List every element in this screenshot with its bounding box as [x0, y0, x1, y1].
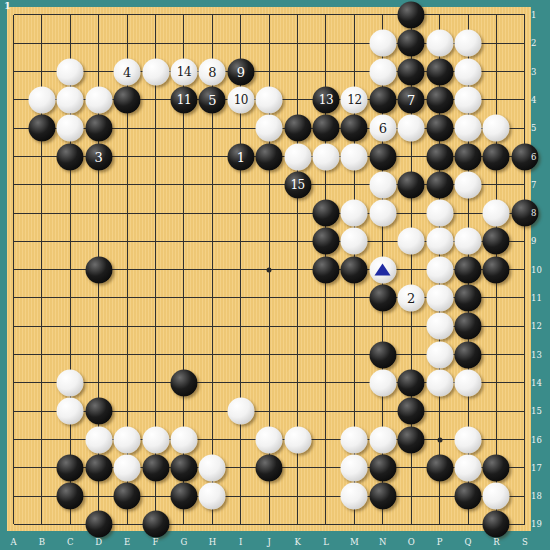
board-intersection[interactable] — [283, 482, 311, 510]
column-label: K — [294, 537, 300, 547]
board-intersection[interactable] — [312, 510, 340, 538]
board-intersection[interactable] — [369, 510, 397, 538]
board-intersection[interactable] — [141, 255, 169, 283]
board-intersection[interactable] — [482, 397, 510, 425]
board-intersection[interactable] — [482, 29, 510, 57]
white-stone — [256, 86, 283, 113]
white-stone — [369, 30, 396, 57]
column-label: P — [437, 537, 443, 547]
board-intersection[interactable] — [113, 255, 141, 283]
board-intersection[interactable] — [283, 255, 311, 283]
board-intersection[interactable] — [56, 171, 84, 199]
board-intersection[interactable] — [283, 29, 311, 57]
board-intersection[interactable] — [312, 1, 340, 29]
board-intersection[interactable] — [113, 142, 141, 170]
board-intersection[interactable] — [28, 510, 56, 538]
board-intersection[interactable] — [255, 340, 283, 368]
white-stone — [114, 426, 141, 453]
row-label: 8 — [531, 208, 547, 218]
board-intersection[interactable] — [227, 482, 255, 510]
board-intersection[interactable] — [0, 340, 28, 368]
board-intersection[interactable] — [170, 312, 198, 340]
black-stone: 11 — [170, 86, 197, 113]
black-stone — [85, 511, 112, 538]
board-intersection[interactable] — [28, 142, 56, 170]
board-intersection[interactable] — [198, 171, 226, 199]
board-intersection[interactable] — [227, 425, 255, 453]
move-number-label: 11 — [170, 86, 197, 113]
board-intersection[interactable] — [283, 397, 311, 425]
white-stone — [369, 369, 396, 396]
white-stone — [199, 483, 226, 510]
board-intersection[interactable] — [141, 369, 169, 397]
move-number-label: 2 — [398, 285, 425, 312]
black-stone — [483, 228, 510, 255]
board-intersection[interactable] — [312, 312, 340, 340]
star-point — [437, 437, 442, 442]
black-stone — [284, 115, 311, 142]
board-intersection[interactable] — [170, 114, 198, 142]
board-intersection[interactable] — [283, 312, 311, 340]
board-intersection[interactable] — [283, 57, 311, 85]
board-intersection[interactable] — [255, 29, 283, 57]
board-intersection[interactable] — [28, 57, 56, 85]
board-intersection[interactable] — [56, 227, 84, 255]
move-counter-badge: 1 — [4, 0, 11, 11]
board-intersection[interactable] — [198, 312, 226, 340]
board-intersection[interactable] — [85, 284, 113, 312]
board-intersection[interactable] — [283, 510, 311, 538]
board-intersection[interactable] — [0, 284, 28, 312]
white-stone — [398, 228, 425, 255]
board-intersection[interactable] — [0, 425, 28, 453]
board-intersection[interactable] — [85, 57, 113, 85]
board-intersection[interactable] — [227, 255, 255, 283]
white-stone — [398, 115, 425, 142]
board-intersection[interactable] — [255, 369, 283, 397]
black-stone — [341, 115, 368, 142]
board-intersection[interactable] — [227, 171, 255, 199]
board-intersection[interactable] — [283, 340, 311, 368]
board-intersection[interactable] — [28, 397, 56, 425]
board-intersection[interactable] — [227, 510, 255, 538]
board-intersection[interactable] — [425, 1, 453, 29]
board-intersection[interactable] — [482, 312, 510, 340]
board-intersection[interactable] — [227, 114, 255, 142]
row-label: 10 — [531, 265, 547, 275]
board-intersection[interactable] — [198, 425, 226, 453]
black-stone — [256, 143, 283, 170]
board-intersection[interactable] — [0, 142, 28, 170]
board-intersection[interactable] — [255, 510, 283, 538]
white-stone — [426, 369, 453, 396]
board-intersection[interactable] — [312, 369, 340, 397]
column-label: B — [39, 537, 45, 547]
board-intersection[interactable] — [227, 340, 255, 368]
board-intersection[interactable] — [198, 284, 226, 312]
board-intersection[interactable] — [0, 57, 28, 85]
black-stone — [426, 143, 453, 170]
board-intersection[interactable] — [198, 114, 226, 142]
board-intersection[interactable] — [425, 397, 453, 425]
board-intersection[interactable] — [397, 510, 425, 538]
board-intersection[interactable] — [85, 171, 113, 199]
board-intersection[interactable] — [0, 482, 28, 510]
board-intersection[interactable] — [283, 454, 311, 482]
black-stone: 7 — [398, 86, 425, 113]
black-stone — [85, 256, 112, 283]
board-intersection[interactable] — [312, 57, 340, 85]
black-stone — [455, 256, 482, 283]
board-intersection[interactable] — [28, 171, 56, 199]
board-intersection[interactable] — [56, 340, 84, 368]
board-intersection[interactable] — [170, 284, 198, 312]
board-intersection[interactable] — [28, 29, 56, 57]
board-intersection[interactable] — [0, 312, 28, 340]
white-stone: 6 — [369, 115, 396, 142]
board-intersection[interactable] — [397, 340, 425, 368]
board-intersection[interactable] — [170, 142, 198, 170]
board-intersection[interactable] — [227, 312, 255, 340]
board-intersection[interactable] — [0, 29, 28, 57]
black-stone — [57, 143, 84, 170]
board-intersection[interactable] — [340, 171, 368, 199]
move-number-label: 14 — [170, 58, 197, 85]
black-stone — [426, 171, 453, 198]
board-intersection[interactable] — [28, 482, 56, 510]
board-intersection[interactable] — [482, 284, 510, 312]
board-intersection[interactable] — [0, 454, 28, 482]
board-intersection[interactable] — [227, 369, 255, 397]
white-stone — [455, 58, 482, 85]
white-stone — [455, 30, 482, 57]
white-stone — [57, 369, 84, 396]
board-intersection[interactable] — [85, 340, 113, 368]
column-label: J — [267, 537, 270, 547]
board-intersection[interactable] — [56, 29, 84, 57]
black-stone — [398, 2, 425, 29]
board-intersection[interactable] — [425, 482, 453, 510]
board-intersection[interactable] — [198, 142, 226, 170]
board-intersection[interactable] — [255, 171, 283, 199]
board-intersection[interactable] — [113, 369, 141, 397]
board-intersection[interactable] — [141, 482, 169, 510]
board-intersection[interactable] — [56, 284, 84, 312]
white-stone — [369, 426, 396, 453]
board-intersection[interactable] — [85, 29, 113, 57]
board-intersection[interactable] — [170, 227, 198, 255]
board-intersection[interactable] — [369, 227, 397, 255]
board-intersection[interactable] — [113, 312, 141, 340]
board-intersection[interactable] — [255, 227, 283, 255]
white-stone — [142, 58, 169, 85]
column-label: D — [95, 537, 102, 547]
black-stone — [369, 483, 396, 510]
board-intersection[interactable] — [141, 171, 169, 199]
board-intersection[interactable] — [454, 397, 482, 425]
board-intersection[interactable] — [141, 340, 169, 368]
board-intersection[interactable] — [340, 284, 368, 312]
board-intersection[interactable] — [28, 312, 56, 340]
board-intersection[interactable] — [283, 86, 311, 114]
board-intersection[interactable] — [141, 142, 169, 170]
black-stone — [57, 483, 84, 510]
board-intersection[interactable] — [283, 284, 311, 312]
board-intersection[interactable] — [255, 57, 283, 85]
board-intersection[interactable] — [482, 340, 510, 368]
board-intersection[interactable] — [227, 284, 255, 312]
white-stone — [455, 115, 482, 142]
board-intersection[interactable] — [340, 1, 368, 29]
board-intersection[interactable] — [0, 369, 28, 397]
board-intersection[interactable] — [227, 199, 255, 227]
board-intersection[interactable] — [255, 312, 283, 340]
column-label: R — [493, 537, 499, 547]
board-intersection[interactable] — [340, 312, 368, 340]
board-intersection[interactable] — [113, 284, 141, 312]
board-intersection[interactable] — [482, 57, 510, 85]
board-intersection[interactable] — [255, 1, 283, 29]
white-stone — [57, 58, 84, 85]
board-intersection[interactable] — [340, 29, 368, 57]
board-intersection[interactable] — [397, 312, 425, 340]
board-intersection[interactable] — [340, 369, 368, 397]
board-intersection[interactable] — [0, 510, 28, 538]
white-stone — [341, 143, 368, 170]
board-intersection[interactable] — [198, 510, 226, 538]
board-intersection[interactable] — [56, 312, 84, 340]
board-intersection[interactable] — [0, 255, 28, 283]
board-intersection[interactable] — [141, 227, 169, 255]
board-intersection[interactable] — [198, 199, 226, 227]
board-intersection[interactable] — [198, 1, 226, 29]
board-intersection[interactable] — [56, 425, 84, 453]
board-intersection[interactable] — [397, 454, 425, 482]
board-intersection[interactable] — [340, 397, 368, 425]
board-intersection[interactable] — [56, 255, 84, 283]
black-stone — [398, 171, 425, 198]
white-stone — [57, 86, 84, 113]
white-stone — [57, 115, 84, 142]
board-intersection[interactable] — [28, 340, 56, 368]
board-intersection[interactable] — [255, 482, 283, 510]
board-intersection[interactable] — [28, 255, 56, 283]
board-intersection[interactable] — [255, 199, 283, 227]
row-label: 17 — [531, 463, 547, 473]
board-intersection[interactable] — [369, 1, 397, 29]
board-intersection[interactable] — [170, 255, 198, 283]
row-label: 14 — [531, 378, 547, 388]
board-intersection[interactable] — [312, 340, 340, 368]
board-intersection[interactable] — [28, 284, 56, 312]
black-stone — [313, 228, 340, 255]
black-stone — [398, 30, 425, 57]
board-intersection[interactable] — [227, 454, 255, 482]
star-point — [267, 267, 272, 272]
board-intersection[interactable] — [85, 199, 113, 227]
board-intersection[interactable] — [482, 369, 510, 397]
board-intersection[interactable] — [482, 86, 510, 114]
board-intersection[interactable] — [283, 199, 311, 227]
board-intersection[interactable] — [141, 1, 169, 29]
board-intersection[interactable] — [170, 510, 198, 538]
board-intersection[interactable] — [56, 1, 84, 29]
column-label: F — [153, 537, 159, 547]
white-stone — [369, 58, 396, 85]
board-intersection[interactable] — [312, 482, 340, 510]
board-intersection[interactable] — [113, 227, 141, 255]
row-label: 1 — [531, 10, 547, 20]
board-intersection[interactable] — [141, 29, 169, 57]
white-stone — [455, 228, 482, 255]
board-intersection[interactable] — [198, 397, 226, 425]
board-intersection[interactable] — [397, 199, 425, 227]
board-intersection[interactable] — [141, 397, 169, 425]
black-stone — [483, 143, 510, 170]
board-intersection[interactable] — [56, 199, 84, 227]
board-intersection[interactable] — [141, 312, 169, 340]
board-intersection[interactable] — [113, 397, 141, 425]
black-stone: 3 — [85, 143, 112, 170]
board-intersection[interactable] — [255, 284, 283, 312]
board-intersection[interactable] — [340, 340, 368, 368]
row-label: 18 — [531, 491, 547, 501]
board-intersection[interactable] — [369, 397, 397, 425]
board-intersection[interactable] — [454, 510, 482, 538]
board-intersection[interactable] — [0, 86, 28, 114]
board-intersection[interactable] — [340, 57, 368, 85]
white-stone: 14 — [170, 58, 197, 85]
board-intersection[interactable] — [198, 340, 226, 368]
row-label: 5 — [531, 123, 547, 133]
board-intersection[interactable] — [369, 312, 397, 340]
column-label: O — [408, 537, 415, 547]
board-intersection[interactable] — [283, 1, 311, 29]
board-intersection[interactable] — [28, 199, 56, 227]
board-intersection[interactable] — [198, 227, 226, 255]
board-intersection[interactable] — [170, 1, 198, 29]
black-stone — [455, 285, 482, 312]
board-intersection[interactable] — [170, 29, 198, 57]
board-intersection[interactable] — [198, 255, 226, 283]
black-stone — [313, 256, 340, 283]
board-intersection[interactable] — [312, 425, 340, 453]
board-intersection[interactable] — [170, 199, 198, 227]
board-intersection[interactable] — [113, 1, 141, 29]
board-intersection[interactable] — [141, 284, 169, 312]
white-stone — [426, 200, 453, 227]
board-intersection[interactable] — [454, 199, 482, 227]
white-stone — [170, 426, 197, 453]
white-stone — [341, 426, 368, 453]
board-intersection[interactable] — [28, 369, 56, 397]
black-stone — [369, 143, 396, 170]
board-intersection[interactable] — [0, 199, 28, 227]
go-board-widget: 1 414891151013127631152 ABCDEFGHIJKLMNOP… — [0, 0, 550, 550]
board-intersection[interactable] — [397, 255, 425, 283]
black-stone — [455, 313, 482, 340]
board-intersection[interactable] — [56, 510, 84, 538]
board-intersection[interactable] — [312, 171, 340, 199]
board-intersection[interactable] — [141, 114, 169, 142]
board-intersection[interactable] — [85, 312, 113, 340]
black-stone — [369, 454, 396, 481]
board-intersection[interactable] — [170, 397, 198, 425]
black-stone — [313, 200, 340, 227]
board-intersection[interactable] — [482, 171, 510, 199]
board-intersection[interactable] — [85, 369, 113, 397]
black-stone — [426, 454, 453, 481]
column-label: H — [209, 537, 216, 547]
board-intersection[interactable] — [482, 425, 510, 453]
board-intersection[interactable] — [0, 227, 28, 255]
board-intersection[interactable] — [397, 142, 425, 170]
board-intersection[interactable] — [425, 510, 453, 538]
board-intersection[interactable] — [141, 86, 169, 114]
board-intersection[interactable] — [113, 114, 141, 142]
board-intersection[interactable] — [0, 397, 28, 425]
board-intersection[interactable] — [113, 510, 141, 538]
board-intersection[interactable] — [85, 482, 113, 510]
board-intersection[interactable] — [28, 227, 56, 255]
board-intersection[interactable] — [283, 369, 311, 397]
white-stone — [85, 86, 112, 113]
board-intersection[interactable] — [312, 397, 340, 425]
black-stone — [483, 454, 510, 481]
black-stone — [455, 341, 482, 368]
board-intersection[interactable] — [28, 425, 56, 453]
black-stone: 13 — [313, 86, 340, 113]
board-intersection[interactable] — [170, 171, 198, 199]
board-intersection[interactable] — [340, 510, 368, 538]
board-intersection[interactable] — [482, 1, 510, 29]
board-intersection[interactable] — [85, 227, 113, 255]
board-intersection[interactable] — [28, 1, 56, 29]
board-intersection[interactable] — [113, 340, 141, 368]
board-intersection[interactable] — [312, 284, 340, 312]
board-intersection[interactable] — [227, 227, 255, 255]
black-stone — [313, 115, 340, 142]
white-stone: 2 — [398, 285, 425, 312]
board-intersection[interactable] — [113, 199, 141, 227]
board-intersection[interactable] — [141, 199, 169, 227]
column-label: N — [379, 537, 386, 547]
board-intersection[interactable] — [0, 114, 28, 142]
board-intersection[interactable] — [28, 454, 56, 482]
white-stone: 12 — [341, 86, 368, 113]
white-stone — [57, 398, 84, 425]
board-intersection[interactable] — [454, 1, 482, 29]
board-intersection[interactable] — [113, 171, 141, 199]
board-intersection[interactable] — [312, 29, 340, 57]
board-intersection[interactable] — [0, 171, 28, 199]
board-intersection[interactable] — [85, 1, 113, 29]
board-intersection[interactable] — [198, 29, 226, 57]
board-intersection[interactable] — [170, 340, 198, 368]
white-stone — [369, 171, 396, 198]
board-intersection[interactable] — [312, 454, 340, 482]
board-intersection[interactable] — [255, 397, 283, 425]
white-stone — [256, 115, 283, 142]
board-intersection[interactable] — [113, 29, 141, 57]
board-intersection[interactable] — [227, 1, 255, 29]
white-stone — [142, 426, 169, 453]
board-intersection[interactable] — [283, 227, 311, 255]
board-intersection[interactable] — [227, 29, 255, 57]
board-intersection[interactable] — [198, 369, 226, 397]
row-label: 15 — [531, 406, 547, 416]
board-intersection[interactable] — [397, 482, 425, 510]
